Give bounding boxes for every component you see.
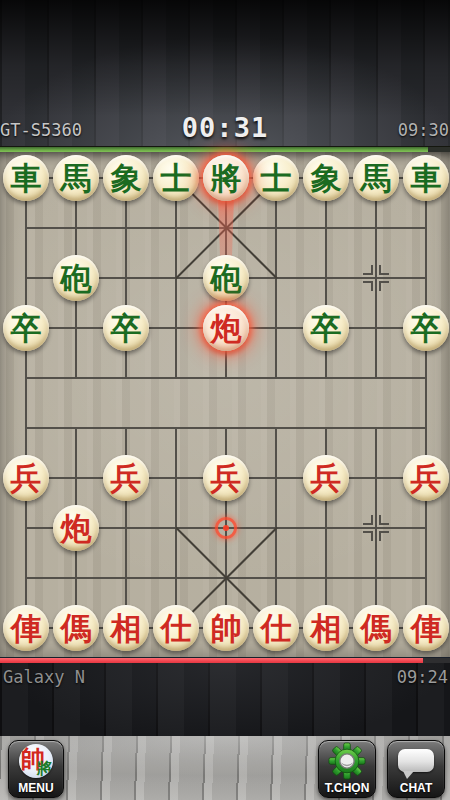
black-elephant-right[interactable]: 象 — [303, 155, 349, 201]
chat-button-label: CHAT — [388, 781, 444, 795]
black-soldier-a[interactable]: 卒 — [3, 305, 49, 351]
menu-button-label: MENU — [9, 781, 63, 795]
black-advisor-left[interactable]: 士 — [153, 155, 199, 201]
red-cannon-center[interactable]: 炮 — [203, 305, 249, 351]
red-soldier-a[interactable]: 兵 — [3, 455, 49, 501]
red-soldier-c[interactable]: 兵 — [103, 455, 149, 501]
red-chariot-left[interactable]: 俥 — [3, 605, 49, 651]
point-marker-corner — [379, 515, 389, 525]
red-elephant-right[interactable]: 相 — [303, 605, 349, 651]
bottom-status-bar: Galaxy N 09:24 — [0, 663, 450, 736]
point-marker-corner — [363, 281, 373, 291]
point-marker-corner — [379, 531, 389, 541]
red-soldier-e[interactable]: 兵 — [203, 455, 249, 501]
red-soldier-i[interactable]: 兵 — [403, 455, 449, 501]
black-chariot-right[interactable]: 車 — [403, 155, 449, 201]
point-marker-corner — [379, 265, 389, 275]
black-soldier-g[interactable]: 卒 — [303, 305, 349, 351]
player-clock: 09:24 — [397, 667, 448, 687]
black-elephant-left[interactable]: 象 — [103, 155, 149, 201]
red-chariot-right[interactable]: 俥 — [403, 605, 449, 651]
chat-button[interactable]: CHAT — [387, 740, 445, 798]
black-horse-right[interactable]: 馬 — [353, 155, 399, 201]
menu-button[interactable]: 帥 將 MENU — [8, 740, 64, 798]
black-cannon-center[interactable]: 砲 — [203, 255, 249, 301]
point-marker — [363, 265, 389, 291]
red-advisor-right[interactable]: 仕 — [253, 605, 299, 651]
menu-piece-icon: 帥 將 — [19, 744, 53, 778]
board-file-line — [425, 177, 427, 629]
last-move-origin-marker — [215, 517, 237, 539]
menu-icon-black-general: 將 — [37, 761, 53, 777]
point-marker-corner — [363, 515, 373, 525]
toolbar-floor: 帥 將 MENU — [0, 736, 450, 800]
chat-bubble-icon — [398, 749, 434, 772]
black-chariot-left[interactable]: 車 — [3, 155, 49, 201]
point-marker-corner — [363, 531, 373, 541]
opponent-clock: 09:30 — [398, 120, 449, 140]
top-status-bar: GT-S5360 00:31 09:30 — [0, 112, 450, 146]
point-marker — [363, 515, 389, 541]
black-soldier-i[interactable]: 卒 — [403, 305, 449, 351]
point-marker-corner — [379, 281, 389, 291]
xiangqi-game-screen: GT-S5360 00:31 09:30 車馬象士將士象馬車砲砲卒卒炮卒卒兵兵兵… — [0, 0, 450, 800]
xiangqi-board[interactable]: 車馬象士將士象馬車砲砲卒卒炮卒卒兵兵兵兵兵炮俥傌相仕帥仕相傌俥 — [0, 152, 450, 657]
gear-icon — [328, 742, 366, 780]
red-elephant-left[interactable]: 相 — [103, 605, 149, 651]
red-soldier-g[interactable]: 兵 — [303, 455, 349, 501]
board-file-line — [25, 177, 27, 629]
red-cannon-left[interactable]: 炮 — [53, 505, 99, 551]
black-soldier-c[interactable]: 卒 — [103, 305, 149, 351]
options-button-label: T.CHỌN — [319, 781, 375, 795]
black-cannon-left[interactable]: 砲 — [53, 255, 99, 301]
options-button[interactable]: T.CHỌN — [318, 740, 376, 798]
black-advisor-right[interactable]: 士 — [253, 155, 299, 201]
move-timer: 00:31 — [0, 112, 450, 143]
black-general[interactable]: 將 — [203, 155, 249, 201]
red-horse-left[interactable]: 傌 — [53, 605, 99, 651]
point-marker-corner — [363, 265, 373, 275]
red-general[interactable]: 帥 — [203, 605, 249, 651]
player-name: Galaxy N — [3, 667, 85, 687]
red-advisor-left[interactable]: 仕 — [153, 605, 199, 651]
black-horse-left[interactable]: 馬 — [53, 155, 99, 201]
red-horse-right[interactable]: 傌 — [353, 605, 399, 651]
